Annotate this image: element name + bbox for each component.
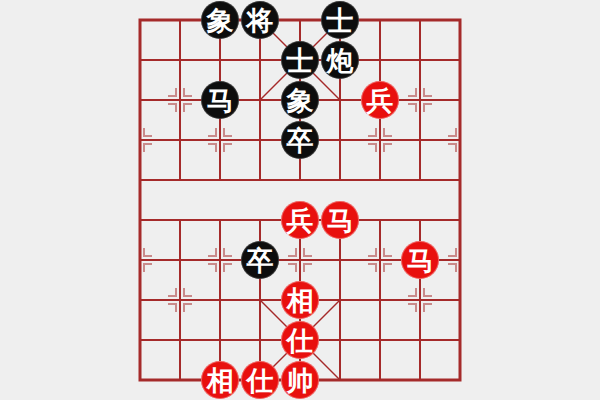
red-elephant-piece[interactable]: 相 bbox=[281, 281, 319, 319]
black-general-piece[interactable]: 将 bbox=[241, 1, 279, 39]
red-horse-piece[interactable]: 马 bbox=[321, 201, 359, 239]
black-cannon-piece[interactable]: 炮 bbox=[321, 41, 359, 79]
black-elephant-piece[interactable]: 象 bbox=[201, 1, 239, 39]
red-elephant-piece[interactable]: 相 bbox=[201, 361, 239, 399]
red-soldier-piece[interactable]: 兵 bbox=[361, 81, 399, 119]
black-advisor-piece[interactable]: 士 bbox=[321, 1, 359, 39]
xiangqi-board[interactable]: 象将士士炮马象兵卒兵马卒马相仕相仕帅 bbox=[0, 0, 600, 400]
black-soldier-piece[interactable]: 卒 bbox=[281, 121, 319, 159]
red-advisor-piece[interactable]: 仕 bbox=[241, 361, 279, 399]
black-advisor-piece[interactable]: 士 bbox=[281, 41, 319, 79]
red-general-piece[interactable]: 帅 bbox=[281, 361, 319, 399]
black-elephant-piece[interactable]: 象 bbox=[281, 81, 319, 119]
red-soldier-piece[interactable]: 兵 bbox=[281, 201, 319, 239]
red-horse-piece[interactable]: 马 bbox=[401, 241, 439, 279]
black-soldier-piece[interactable]: 卒 bbox=[241, 241, 279, 279]
black-horse-piece[interactable]: 马 bbox=[201, 81, 239, 119]
red-advisor-piece[interactable]: 仕 bbox=[281, 321, 319, 359]
